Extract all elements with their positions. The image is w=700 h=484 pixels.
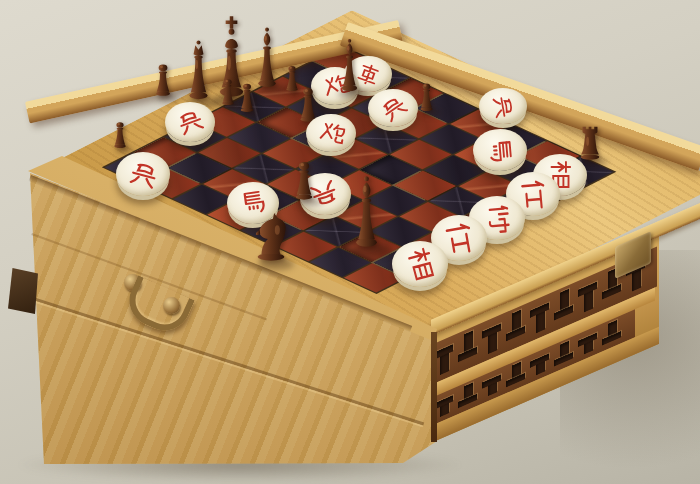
chess-pawn[interactable] (152, 57, 174, 97)
xiangqi-disc-xiang[interactable] (392, 241, 448, 287)
scene (0, 0, 700, 484)
chess-rook[interactable] (576, 115, 604, 161)
chess-knight[interactable] (252, 197, 290, 263)
xiangqi-disc-bing[interactable] (165, 102, 215, 142)
chess-pawn[interactable] (291, 153, 317, 201)
chess-queen[interactable] (185, 37, 212, 101)
xiangqi-disc-pao[interactable] (306, 114, 356, 152)
chess-bishop[interactable] (254, 23, 280, 89)
chess-bishop[interactable] (351, 171, 382, 249)
xiangqi-disc-bing[interactable] (479, 88, 527, 124)
iron-corner-strap (8, 268, 38, 314)
xiangqi-disc-bing[interactable] (368, 89, 418, 127)
chess-pawn[interactable] (219, 73, 237, 106)
chess-pawn[interactable] (111, 116, 129, 149)
xiangqi-disc-ma[interactable] (473, 129, 527, 171)
front-corner-edge (431, 332, 437, 442)
xiangqi-disc-bing[interactable] (116, 152, 170, 196)
chess-pawn[interactable] (237, 77, 257, 113)
chess-pawn[interactable] (417, 77, 436, 112)
chess-bishop[interactable] (338, 35, 361, 93)
